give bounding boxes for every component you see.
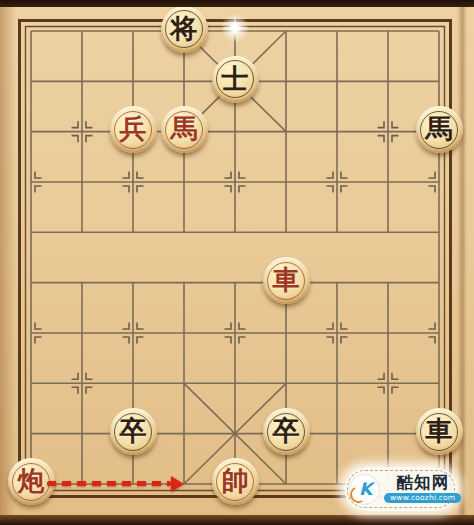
- move-arrow: [47, 481, 171, 486]
- piece-glyph: 馬: [426, 115, 453, 142]
- piece-glyph: 車: [426, 417, 453, 444]
- piece-black-soldier-2[interactable]: 卒: [263, 408, 310, 455]
- bottom-frame-edge: [0, 515, 474, 525]
- coozhi-logo-icon: K: [349, 474, 380, 505]
- piece-glyph: 将: [171, 15, 198, 42]
- piece-glyph: 馬: [171, 115, 198, 142]
- piece-glyph: 車: [273, 266, 300, 293]
- screenshot-root: 将士兵馬馬車卒卒車炮帥 K 酷知网 www.coozhi.com: [0, 0, 474, 525]
- piece-glyph: 卒: [273, 417, 300, 444]
- top-frame-edge: [0, 0, 474, 7]
- piece-glyph: 士: [222, 65, 249, 92]
- watermark-text: 酷知网 www.coozhi.com: [384, 475, 461, 503]
- piece-glyph: 帥: [222, 467, 249, 494]
- coozhi-logo-letter: K: [359, 481, 372, 498]
- piece-red-general[interactable]: 帥: [212, 458, 259, 505]
- piece-red-soldier[interactable]: 兵: [110, 106, 157, 153]
- piece-black-chariot[interactable]: 車: [416, 408, 463, 455]
- piece-black-advisor[interactable]: 士: [212, 56, 259, 103]
- piece-glyph: 卒: [120, 417, 147, 444]
- piece-glyph: 兵: [120, 115, 147, 142]
- piece-black-soldier-1[interactable]: 卒: [110, 408, 157, 455]
- piece-layer: 将士兵馬馬車卒卒車炮帥: [0, 0, 474, 525]
- piece-glyph: 炮: [18, 467, 45, 494]
- watermark-url: www.coozhi.com: [384, 493, 461, 504]
- piece-black-general[interactable]: 将: [161, 6, 208, 53]
- sparkle-highlight-icon: [220, 13, 250, 43]
- piece-red-chariot[interactable]: 車: [263, 257, 310, 304]
- watermark-site-name: 酷知网: [396, 475, 449, 492]
- piece-black-horse[interactable]: 馬: [416, 106, 463, 153]
- watermark-coozhi: K 酷知网 www.coozhi.com: [344, 467, 458, 511]
- piece-red-horse[interactable]: 馬: [161, 106, 208, 153]
